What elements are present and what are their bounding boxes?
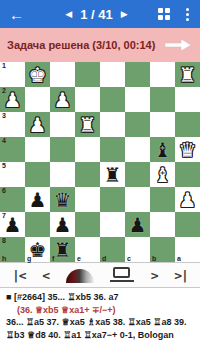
square-c7[interactable]: ♟	[125, 212, 150, 237]
file-label: a	[177, 255, 181, 262]
rank-label: 4	[2, 137, 6, 144]
square-e6[interactable]	[75, 187, 100, 212]
white-bishop[interactable]: ♝	[150, 162, 175, 187]
square-d1[interactable]	[100, 62, 125, 87]
white-king[interactable]: ♚	[25, 62, 50, 87]
prev-move-button[interactable]: <	[42, 268, 49, 283]
notation-line[interactable]: ■ [#2664] 35... ♖xb5 36. a7	[6, 291, 200, 304]
white-rook[interactable]: ♜	[175, 62, 200, 87]
square-c4[interactable]	[125, 137, 150, 162]
white-queen[interactable]: ♛	[175, 137, 200, 162]
black-pawn[interactable]: ♟	[25, 187, 50, 212]
black-pawn[interactable]: ♟	[0, 212, 25, 237]
move-nav-toolbar: |< < > >|	[0, 262, 200, 288]
notation-line[interactable]: ♖b3 ♕d8 40. ♖a1 ♖xa7−+ 0-1, Bologan	[6, 329, 200, 342]
puzzle-pager: ◀ 1 / 41 ▶	[35, 7, 158, 22]
file-label: b	[152, 255, 156, 262]
square-g2[interactable]	[25, 87, 50, 112]
black-rook[interactable]: ♜	[50, 237, 75, 262]
prev-puzzle-icon[interactable]: ◀	[65, 10, 72, 19]
square-g6[interactable]: ♟	[25, 187, 50, 212]
square-f1[interactable]	[50, 62, 75, 87]
square-h6[interactable]: 6	[0, 187, 25, 212]
square-g8[interactable]: g♚	[25, 237, 50, 262]
square-b2[interactable]	[150, 87, 175, 112]
square-f3[interactable]	[50, 112, 75, 137]
square-a1[interactable]: ♜	[175, 62, 200, 87]
back-arrow-icon[interactable]: ←	[9, 6, 35, 23]
square-e5[interactable]	[75, 162, 100, 187]
square-h7[interactable]: 7♟	[0, 212, 25, 237]
file-label: c	[127, 255, 131, 262]
square-c2[interactable]	[125, 87, 150, 112]
square-g4[interactable]	[25, 137, 50, 162]
square-b6[interactable]	[150, 187, 175, 212]
square-h8[interactable]: 8h	[0, 237, 25, 262]
square-f6[interactable]: ♛	[50, 187, 75, 212]
white-pawn[interactable]: ♟	[25, 112, 50, 137]
square-e2[interactable]	[75, 87, 100, 112]
square-c5[interactable]	[125, 162, 150, 187]
square-d8[interactable]: d	[100, 237, 125, 262]
square-a4[interactable]: ♛	[175, 137, 200, 162]
rank-label: 5	[2, 162, 6, 169]
square-a5[interactable]	[175, 162, 200, 187]
notation-panel: ■ [#2664] 35... ♖xb5 36. a7 (36. ♕xb5 ♕x…	[0, 288, 200, 342]
next-task-arrow-icon[interactable]	[163, 38, 193, 52]
square-b7[interactable]	[150, 212, 175, 237]
square-d4[interactable]	[100, 137, 125, 162]
white-rook[interactable]: ♜	[75, 112, 100, 137]
square-a6[interactable]: ♟	[175, 187, 200, 212]
square-b5[interactable]: ♝	[150, 162, 175, 187]
square-e7[interactable]	[75, 212, 100, 237]
rank-label: 6	[2, 187, 6, 194]
square-g3[interactable]: ♟	[25, 112, 50, 137]
square-b3[interactable]	[150, 112, 175, 137]
black-pawn[interactable]: ♟	[50, 212, 75, 237]
last-move-button[interactable]: >|	[174, 268, 188, 283]
square-g7[interactable]	[25, 212, 50, 237]
square-h2[interactable]: 2♟	[0, 87, 25, 112]
square-b8[interactable]: b	[150, 237, 175, 262]
square-b4[interactable]: ♝	[150, 137, 175, 162]
topbar-actions	[158, 6, 191, 23]
square-c3[interactable]	[125, 112, 150, 137]
square-d3[interactable]	[100, 112, 125, 137]
square-e8[interactable]: e	[75, 237, 100, 262]
black-queen[interactable]: ♛	[50, 187, 75, 212]
rank-label: 8	[2, 237, 6, 244]
puzzle-counter: 1 / 41	[80, 7, 113, 22]
square-e3[interactable]: ♜	[75, 112, 100, 137]
black-pawn[interactable]: ♟	[125, 212, 150, 237]
square-c1[interactable]	[125, 62, 150, 87]
square-f7[interactable]: ♟	[50, 212, 75, 237]
square-c6[interactable]	[125, 187, 150, 212]
square-a3[interactable]	[175, 112, 200, 137]
top-app-bar: ← ◀ 1 / 41 ▶	[0, 0, 200, 28]
file-label: d	[102, 255, 106, 262]
square-d6[interactable]	[100, 187, 125, 212]
white-pawn[interactable]: ♟	[175, 187, 200, 212]
black-king[interactable]: ♚	[25, 237, 50, 262]
square-d7[interactable]	[100, 212, 125, 237]
file-label: h	[2, 255, 6, 262]
rank-label: 1	[2, 62, 6, 69]
black-rook[interactable]: ♜	[100, 162, 125, 187]
square-e4[interactable]	[75, 137, 100, 162]
square-f5[interactable]	[50, 162, 75, 187]
engine-laptop-icon[interactable]	[110, 266, 134, 284]
square-d5[interactable]: ♜	[100, 162, 125, 187]
status-text: Задача решена (3/10, 00:14)	[7, 39, 163, 51]
square-c8[interactable]: c	[125, 237, 150, 262]
square-f8[interactable]: f♜	[50, 237, 75, 262]
grid-view-icon[interactable]	[158, 8, 170, 20]
square-h5[interactable]: 5	[0, 162, 25, 187]
file-label: e	[77, 255, 81, 262]
chess-board[interactable]: 1♚♜2♟♟3♟♜4♝♛5♜♝6♟♛♟7♟♟♟8hg♚f♜edcba	[0, 62, 200, 262]
status-banner: Задача решена (3/10, 00:14)	[0, 28, 200, 62]
square-g5[interactable]	[25, 162, 50, 187]
square-g1[interactable]: ♚	[25, 62, 50, 87]
square-e1[interactable]	[75, 62, 100, 87]
notation-line[interactable]: 36... ♖a5 37. ♕xa5 ♗xa5 38. ♖xa5 ♖a8 39.	[6, 316, 200, 329]
square-f2[interactable]: ♟	[50, 87, 75, 112]
square-f4[interactable]	[50, 137, 75, 162]
square-a2[interactable]	[175, 87, 200, 112]
white-pawn[interactable]: ♟	[50, 87, 75, 112]
overflow-menu-icon[interactable]	[184, 6, 191, 23]
square-h3[interactable]: 3	[0, 112, 25, 137]
first-move-button[interactable]: |<	[12, 268, 26, 283]
square-a8[interactable]: a	[175, 237, 200, 262]
next-puzzle-icon[interactable]: ▶	[121, 10, 128, 19]
square-a7[interactable]	[175, 212, 200, 237]
eval-gauge-icon[interactable]	[66, 269, 94, 283]
square-h4[interactable]: 4	[0, 137, 25, 162]
rank-label: 3	[2, 112, 6, 119]
next-move-button[interactable]: >	[151, 268, 158, 283]
square-h1[interactable]: 1	[0, 62, 25, 87]
square-b1[interactable]	[150, 62, 175, 87]
notation-line-variation[interactable]: (36. ♕xb5 ♕xa1+ ∓/−+)	[17, 304, 200, 317]
black-bishop[interactable]: ♝	[150, 137, 175, 162]
square-d2[interactable]	[100, 87, 125, 112]
white-pawn[interactable]: ♟	[0, 87, 25, 112]
